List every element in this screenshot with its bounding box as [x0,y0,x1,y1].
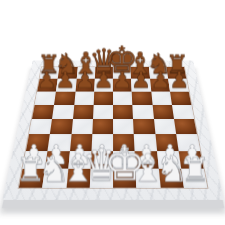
square-g7: ♟ [149,79,169,92]
square-a3 [25,134,49,150]
square-c6 [73,91,93,104]
chess-board: ♜♞♝♛♚♝♞♜♟♟♟♟♟♟♟♟♟♟♟♟♟♟♟♟♜♞♝♛♚♝♞♜ [2,60,223,199]
square-d8: ♛ [94,67,112,79]
white-king-e1: ♚ [103,140,145,186]
square-c3 [69,134,92,150]
square-a5 [32,105,54,119]
square-f4 [133,119,155,134]
square-h3 [175,134,199,150]
square-b5 [52,105,74,119]
square-a7: ♟ [37,79,58,92]
square-e2: ♟ [113,151,136,169]
square-d3 [91,134,113,150]
square-d6 [93,91,113,104]
square-a8: ♜ [39,67,59,79]
square-e5 [113,105,133,119]
black-rook-h8: ♜ [165,53,188,78]
square-c4 [71,119,93,134]
white-rook-a1: ♜ [16,154,45,186]
square-h6 [169,91,190,104]
square-h5 [171,105,193,119]
square-d4 [92,119,113,134]
square-e3 [113,134,135,150]
square-d7: ♟ [94,79,113,92]
square-h2: ♟ [178,151,203,169]
square-b8: ♞ [58,67,77,79]
square-a6 [34,91,55,104]
square-d2: ♟ [90,151,113,169]
white-rook-h1: ♜ [180,154,209,186]
square-d5 [92,105,112,119]
square-g5 [152,105,174,119]
square-h4 [173,119,196,134]
black-knight-b8: ♞ [54,50,79,78]
square-b3 [47,134,70,150]
square-f2: ♟ [134,151,157,169]
square-c2: ♟ [67,151,90,169]
square-f7: ♟ [131,79,151,92]
square-f1: ♝ [135,169,159,188]
square-c8: ♝ [76,67,95,79]
square-c5 [72,105,93,119]
square-e7: ♟ [113,79,132,92]
square-f5 [132,105,153,119]
square-g1: ♞ [158,169,183,188]
square-e1: ♚ [113,169,137,188]
square-g6 [150,91,171,104]
square-h7: ♟ [167,79,188,92]
square-c7: ♟ [75,79,95,92]
square-b7: ♟ [56,79,76,92]
square-g4 [153,119,175,134]
square-b2: ♟ [45,151,69,169]
square-b1: ♞ [42,169,67,188]
square-a4 [29,119,52,134]
square-b4 [50,119,72,134]
square-d1: ♛ [89,169,113,188]
square-g2: ♟ [156,151,180,169]
square-f8: ♝ [130,67,149,79]
black-rook-a8: ♜ [37,53,60,78]
square-c1: ♝ [65,169,89,188]
square-e6 [113,91,133,104]
square-f3 [133,134,156,150]
square-a1: ♜ [18,169,44,188]
product-photo: ♜♞♝♛♚♝♞♜♟♟♟♟♟♟♟♟♟♟♟♟♟♟♟♟♜♞♝♛♚♝♞♜ [0,0,225,225]
square-b6 [54,91,75,104]
square-e4 [113,119,134,134]
square-f6 [131,91,151,104]
square-e8: ♚ [113,67,131,79]
square-a2: ♟ [22,151,47,169]
square-g8: ♞ [148,67,167,79]
square-h8: ♜ [166,67,186,79]
square-g3 [154,134,177,150]
square-h1: ♜ [180,169,206,188]
board-grid: ♜♞♝♛♚♝♞♜♟♟♟♟♟♟♟♟♟♟♟♟♟♟♟♟♜♞♝♛♚♝♞♜ [18,67,206,188]
